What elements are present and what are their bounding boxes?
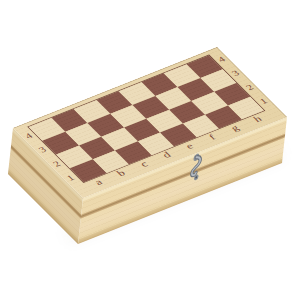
product-photo: abcdefgh 4321 4321: [0, 0, 295, 295]
